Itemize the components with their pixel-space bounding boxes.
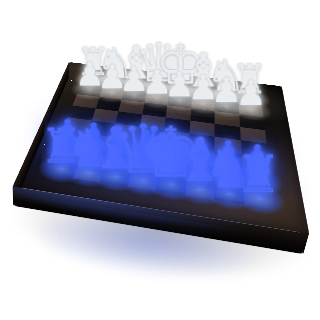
scene: ♜♜♞♞♝♝♛♛♚♚♝♝♞♞♜♜♟♟♟♟♟♟♟♟♟♟♟♟♟♟♟♟♟♟♟♟♟♟♟♟… xyxy=(0,0,320,320)
product-photo: ♜♜♞♞♝♝♛♛♚♚♝♝♞♞♜♜♟♟♟♟♟♟♟♟♟♟♟♟♟♟♟♟♟♟♟♟♟♟♟♟… xyxy=(0,0,320,320)
chess-board: ♜♜♞♞♝♝♛♛♚♚♝♝♞♞♜♜♟♟♟♟♟♟♟♟♟♟♟♟♟♟♟♟♟♟♟♟♟♟♟♟… xyxy=(13,62,309,234)
piece-glyph: ♜ xyxy=(217,99,299,197)
